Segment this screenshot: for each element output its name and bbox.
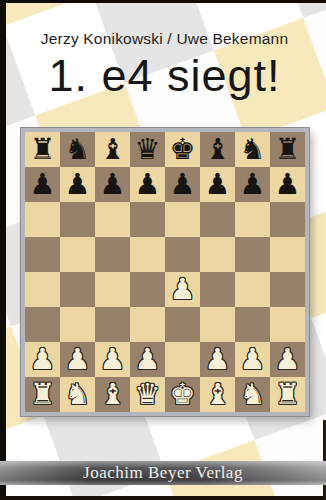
- square-h7: ♟: [270, 167, 305, 202]
- chess-board-frame: ♜♞♝♛♚♝♞♜♟♟♟♟♟♟♟♟♟♟♟♟♟♟♟♟♜♞♝♛♚♝♞♜: [21, 128, 309, 416]
- square-e8: ♚: [165, 132, 200, 167]
- piece-white-knight-b1: ♞: [65, 377, 91, 412]
- piece-black-pawn-f7: ♟: [205, 167, 231, 202]
- piece-white-pawn-a2: ♟: [30, 342, 56, 377]
- square-g2: ♟: [235, 342, 270, 377]
- square-f5: [200, 237, 235, 272]
- square-f1: ♝: [200, 377, 235, 412]
- square-d3: [130, 307, 165, 342]
- square-b8: ♞: [60, 132, 95, 167]
- square-g3: [235, 307, 270, 342]
- publisher-name: Joachim Beyer Verlag: [83, 463, 243, 483]
- square-c3: [95, 307, 130, 342]
- square-h3: [270, 307, 305, 342]
- square-g5: [235, 237, 270, 272]
- piece-black-queen-d8: ♛: [135, 132, 161, 167]
- square-g6: [235, 202, 270, 237]
- square-d1: ♛: [130, 377, 165, 412]
- square-b3: [60, 307, 95, 342]
- piece-black-bishop-c8: ♝: [100, 132, 126, 167]
- square-b7: ♟: [60, 167, 95, 202]
- square-f3: [200, 307, 235, 342]
- piece-white-bishop-c1: ♝: [100, 377, 126, 412]
- piece-black-king-e8: ♚: [170, 132, 196, 167]
- square-f4: [200, 272, 235, 307]
- square-e3: [165, 307, 200, 342]
- piece-white-bishop-f1: ♝: [205, 377, 231, 412]
- square-a3: [25, 307, 60, 342]
- square-h8: ♜: [270, 132, 305, 167]
- piece-black-pawn-h7: ♟: [275, 167, 301, 202]
- piece-black-pawn-a7: ♟: [30, 167, 56, 202]
- scan-edge-top: [0, 0, 326, 3]
- piece-white-pawn-d2: ♟: [135, 342, 161, 377]
- square-d8: ♛: [130, 132, 165, 167]
- square-c4: [95, 272, 130, 307]
- square-g7: ♟: [235, 167, 270, 202]
- square-a5: [25, 237, 60, 272]
- scan-edge-bottom: [0, 496, 326, 500]
- square-e4: ♟: [165, 272, 200, 307]
- piece-black-pawn-g7: ♟: [240, 167, 266, 202]
- square-c6: [95, 202, 130, 237]
- square-c5: [95, 237, 130, 272]
- piece-black-pawn-c7: ♟: [100, 167, 126, 202]
- square-b4: [60, 272, 95, 307]
- piece-black-rook-h8: ♜: [275, 132, 301, 167]
- square-f8: ♝: [200, 132, 235, 167]
- square-e6: [165, 202, 200, 237]
- square-a1: ♜: [25, 377, 60, 412]
- square-f7: ♟: [200, 167, 235, 202]
- piece-white-pawn-f2: ♟: [205, 342, 231, 377]
- piece-white-rook-h1: ♜: [275, 377, 301, 412]
- square-b2: ♟: [60, 342, 95, 377]
- square-f2: ♟: [200, 342, 235, 377]
- book-title: 1. e4 siegt!: [6, 50, 323, 102]
- square-h2: ♟: [270, 342, 305, 377]
- square-g8: ♞: [235, 132, 270, 167]
- square-e7: ♟: [165, 167, 200, 202]
- chess-board: ♜♞♝♛♚♝♞♜♟♟♟♟♟♟♟♟♟♟♟♟♟♟♟♟♜♞♝♛♚♝♞♜: [25, 132, 305, 412]
- piece-black-pawn-b7: ♟: [65, 167, 91, 202]
- square-d6: [130, 202, 165, 237]
- piece-white-rook-a1: ♜: [30, 377, 56, 412]
- square-d7: ♟: [130, 167, 165, 202]
- authors: Jerzy Konikowski / Uwe Bekemann: [6, 30, 323, 48]
- square-g4: [235, 272, 270, 307]
- square-b5: [60, 237, 95, 272]
- square-a4: [25, 272, 60, 307]
- piece-white-pawn-h2: ♟: [275, 342, 301, 377]
- piece-white-pawn-c2: ♟: [100, 342, 126, 377]
- piece-black-pawn-d7: ♟: [135, 167, 161, 202]
- square-h6: [270, 202, 305, 237]
- piece-black-pawn-e7: ♟: [170, 167, 196, 202]
- piece-black-knight-g8: ♞: [240, 132, 266, 167]
- square-a2: ♟: [25, 342, 60, 377]
- piece-white-knight-g1: ♞: [240, 377, 266, 412]
- square-d2: ♟: [130, 342, 165, 377]
- book-cover: Jerzy Konikowski / Uwe Bekemann 1. e4 si…: [0, 0, 326, 500]
- square-e2: [165, 342, 200, 377]
- piece-black-knight-b8: ♞: [65, 132, 91, 167]
- piece-black-rook-a8: ♜: [30, 132, 56, 167]
- square-c2: ♟: [95, 342, 130, 377]
- square-e5: [165, 237, 200, 272]
- square-a7: ♟: [25, 167, 60, 202]
- square-a6: [25, 202, 60, 237]
- piece-white-pawn-e4: ♟: [170, 272, 196, 307]
- piece-white-pawn-b2: ♟: [65, 342, 91, 377]
- square-h5: [270, 237, 305, 272]
- square-h1: ♜: [270, 377, 305, 412]
- publisher-bar: Joachim Beyer Verlag: [0, 461, 326, 485]
- square-c7: ♟: [95, 167, 130, 202]
- square-b1: ♞: [60, 377, 95, 412]
- square-g1: ♞: [235, 377, 270, 412]
- square-f6: [200, 202, 235, 237]
- piece-white-queen-d1: ♛: [135, 377, 161, 412]
- square-a8: ♜: [25, 132, 60, 167]
- square-c1: ♝: [95, 377, 130, 412]
- square-e1: ♚: [165, 377, 200, 412]
- piece-white-king-e1: ♚: [170, 377, 196, 412]
- square-d5: [130, 237, 165, 272]
- piece-black-bishop-f8: ♝: [205, 132, 231, 167]
- square-c8: ♝: [95, 132, 130, 167]
- square-h4: [270, 272, 305, 307]
- square-b6: [60, 202, 95, 237]
- piece-white-pawn-g2: ♟: [240, 342, 266, 377]
- square-d4: [130, 272, 165, 307]
